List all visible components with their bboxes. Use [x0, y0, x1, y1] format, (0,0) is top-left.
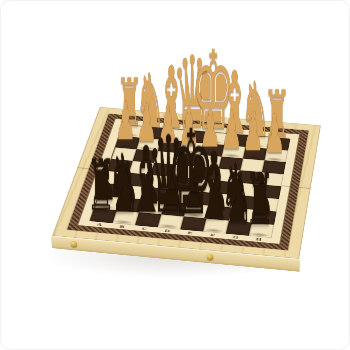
scene: ABCDEFGH ♜♞♝♛♚♝♞♜♟♟♟♟♟♟♟♟♟♟♟♟♟♟♟♟♜♞♝♛♚♝♞…: [0, 0, 350, 350]
chess-board-box: ABCDEFGH ♜♞♝♛♚♝♞♜♟♟♟♟♟♟♟♟♟♟♟♟♟♟♟♟♜♞♝♛♚♝♞…: [52, 107, 321, 259]
brass-latch-icon: [207, 254, 213, 261]
brass-latch-icon: [71, 241, 77, 248]
pieces-layer: ♜♞♝♛♚♝♞♜♟♟♟♟♟♟♟♟♟♟♟♟♟♟♟♟♜♞♝♛♚♝♞♜: [52, 107, 321, 259]
white-pawn-piece: ♟: [264, 109, 285, 159]
product-photo-background: ABCDEFGH ♜♞♝♛♚♝♞♜♟♟♟♟♟♟♟♟♟♟♟♟♟♟♟♟♜♞♝♛♚♝♞…: [0, 0, 350, 350]
black-rook-piece: ♜: [245, 167, 274, 235]
